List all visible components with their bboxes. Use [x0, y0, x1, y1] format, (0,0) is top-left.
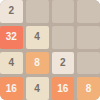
empty-cell-r1c3: [52, 0, 75, 23]
empty-cell-r3c4: [77, 52, 100, 75]
tile-4-r2c2: 4: [26, 26, 49, 49]
tile-16-r4c3: 16: [52, 77, 75, 100]
tile-4-r4c2: 4: [26, 77, 49, 100]
2048-board[interactable]: 2324482164168: [0, 0, 100, 100]
tile-32-r2c1: 32: [0, 26, 23, 49]
tile-8-r3c2: 8: [26, 52, 49, 75]
tile-2-r1c1: 2: [0, 0, 23, 23]
empty-cell-r2c3: [52, 26, 75, 49]
tile-2-r3c3: 2: [52, 52, 75, 75]
empty-cell-r2c4: [77, 26, 100, 49]
tile-16-r4c1: 16: [0, 77, 23, 100]
empty-cell-r1c4: [77, 0, 100, 23]
empty-cell-r1c2: [26, 0, 49, 23]
tile-8-r4c4: 8: [77, 77, 100, 100]
tile-4-r3c1: 4: [0, 52, 23, 75]
